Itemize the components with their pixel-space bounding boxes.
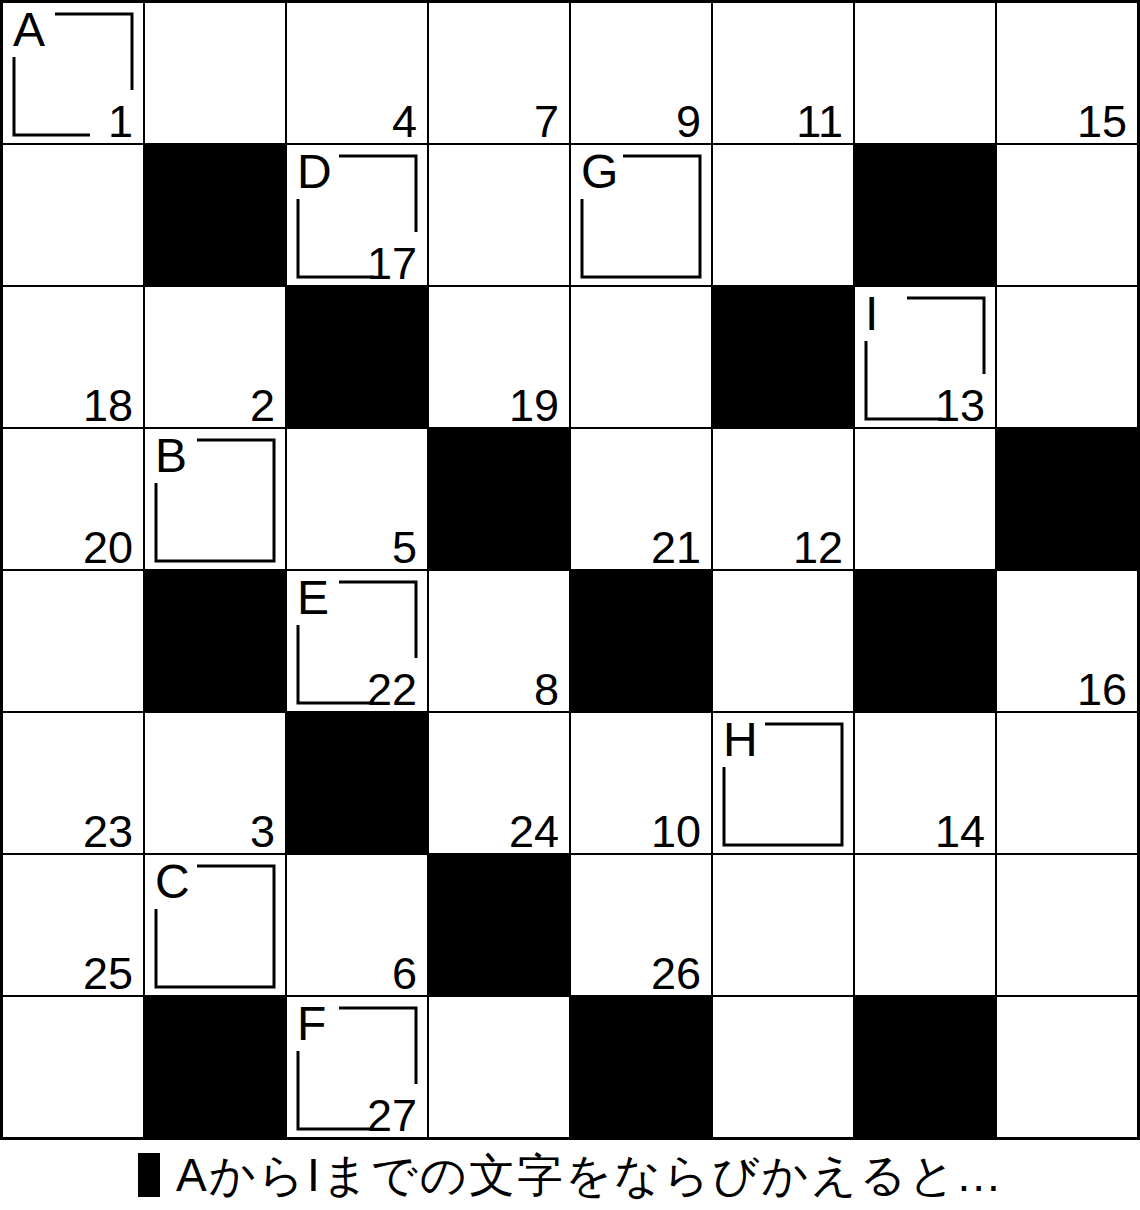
- cell-r7c7[interactable]: [855, 855, 995, 995]
- answer-letter-C: C: [155, 858, 190, 906]
- cell-r7c2[interactable]: C: [145, 855, 285, 995]
- black-cell-r5c7: [855, 571, 995, 711]
- cell-r3c2[interactable]: 2: [145, 287, 285, 427]
- cell-r1c6[interactable]: 11: [713, 3, 853, 143]
- cell-r3c7[interactable]: I13: [855, 287, 995, 427]
- clue-number-25: 25: [83, 951, 133, 995]
- answer-letter-I: I: [865, 290, 878, 338]
- black-cell-r3c3: [287, 287, 427, 427]
- cell-r5c6[interactable]: [713, 571, 853, 711]
- cell-r7c1[interactable]: 25: [3, 855, 143, 995]
- black-cell-r7c4: [429, 855, 569, 995]
- clue-number-7: 7: [534, 99, 559, 143]
- cell-r4c1[interactable]: 20: [3, 429, 143, 569]
- answer-letter-G: G: [581, 148, 618, 196]
- cell-r6c8[interactable]: [997, 713, 1137, 853]
- crossword-grid: A14791115D17G18219I1320B52112E2281623324…: [0, 0, 1140, 1140]
- caption-bullet-icon: [138, 1153, 160, 1197]
- cell-r3c8[interactable]: [997, 287, 1137, 427]
- clue-number-11: 11: [796, 99, 843, 143]
- cell-r7c8[interactable]: [997, 855, 1137, 995]
- clue-number-13: 13: [935, 383, 985, 427]
- answer-letter-A: A: [13, 6, 45, 54]
- clue-number-2: 2: [250, 383, 275, 427]
- cell-r2c5[interactable]: G: [571, 145, 711, 285]
- cell-r6c6[interactable]: H: [713, 713, 853, 853]
- cell-r1c3[interactable]: 4: [287, 3, 427, 143]
- black-cell-r5c2: [145, 571, 285, 711]
- cell-r5c1[interactable]: [3, 571, 143, 711]
- answer-letter-F: F: [297, 1000, 326, 1048]
- puzzle-page: A14791115D17G18219I1320B52112E2281623324…: [0, 0, 1140, 1210]
- clue-number-5: 5: [392, 525, 417, 569]
- clue-number-4: 4: [392, 99, 417, 143]
- clue-number-23: 23: [83, 809, 133, 853]
- cell-r5c4[interactable]: 8: [429, 571, 569, 711]
- cell-r4c5[interactable]: 21: [571, 429, 711, 569]
- answer-letter-B: B: [155, 432, 187, 480]
- black-cell-r2c2: [145, 145, 285, 285]
- caption: AからIまでの文字をならびかえると...: [0, 1140, 1140, 1210]
- cell-r1c1[interactable]: A1: [3, 3, 143, 143]
- clue-number-3: 3: [250, 809, 275, 853]
- cell-r4c7[interactable]: [855, 429, 995, 569]
- cell-r4c3[interactable]: 5: [287, 429, 427, 569]
- black-cell-r3c6: [713, 287, 853, 427]
- cell-r2c8[interactable]: [997, 145, 1137, 285]
- cell-r8c4[interactable]: [429, 997, 569, 1137]
- clue-number-18: 18: [83, 383, 133, 427]
- cell-r1c2[interactable]: [145, 3, 285, 143]
- cell-r7c6[interactable]: [713, 855, 853, 995]
- answer-letter-E: E: [297, 574, 329, 622]
- cell-r1c7[interactable]: [855, 3, 995, 143]
- cell-r2c1[interactable]: [3, 145, 143, 285]
- clue-number-22: 22: [367, 667, 417, 711]
- clue-number-9: 9: [676, 99, 701, 143]
- clue-number-17: 17: [367, 241, 417, 285]
- clue-number-24: 24: [509, 809, 559, 853]
- clue-number-6: 6: [392, 951, 417, 995]
- clue-number-26: 26: [651, 951, 701, 995]
- cell-r5c3[interactable]: E22: [287, 571, 427, 711]
- answer-letter-D: D: [297, 148, 332, 196]
- clue-number-20: 20: [83, 525, 133, 569]
- cell-r3c1[interactable]: 18: [3, 287, 143, 427]
- cell-r2c4[interactable]: [429, 145, 569, 285]
- clue-number-16: 16: [1077, 667, 1127, 711]
- cell-r6c5[interactable]: 10: [571, 713, 711, 853]
- cell-r6c1[interactable]: 23: [3, 713, 143, 853]
- clue-number-14: 14: [935, 809, 985, 853]
- cell-r7c5[interactable]: 26: [571, 855, 711, 995]
- black-cell-r4c8: [997, 429, 1137, 569]
- black-cell-r8c5: [571, 997, 711, 1137]
- black-cell-r8c7: [855, 997, 995, 1137]
- cell-r2c3[interactable]: D17: [287, 145, 427, 285]
- cell-r8c8[interactable]: [997, 997, 1137, 1137]
- black-cell-r2c7: [855, 145, 995, 285]
- black-cell-r6c3: [287, 713, 427, 853]
- clue-number-15: 15: [1077, 99, 1127, 143]
- clue-number-27: 27: [367, 1093, 417, 1137]
- clue-number-8: 8: [534, 667, 559, 711]
- cell-r1c4[interactable]: 7: [429, 3, 569, 143]
- cell-r1c8[interactable]: 15: [997, 3, 1137, 143]
- cell-r6c4[interactable]: 24: [429, 713, 569, 853]
- cell-r8c3[interactable]: F27: [287, 997, 427, 1137]
- black-cell-r8c2: [145, 997, 285, 1137]
- cell-r5c8[interactable]: 16: [997, 571, 1137, 711]
- cell-r7c3[interactable]: 6: [287, 855, 427, 995]
- cell-r3c4[interactable]: 19: [429, 287, 569, 427]
- cell-r8c1[interactable]: [3, 997, 143, 1137]
- cell-r6c7[interactable]: 14: [855, 713, 995, 853]
- answer-letter-H: H: [723, 716, 758, 764]
- clue-number-12: 12: [793, 525, 843, 569]
- clue-number-10: 10: [651, 809, 701, 853]
- black-cell-r4c4: [429, 429, 569, 569]
- cell-r4c2[interactable]: B: [145, 429, 285, 569]
- clue-number-19: 19: [509, 383, 559, 427]
- cell-r2c6[interactable]: [713, 145, 853, 285]
- clue-number-1: 1: [108, 99, 133, 143]
- cell-r3c5[interactable]: [571, 287, 711, 427]
- cell-r6c2[interactable]: 3: [145, 713, 285, 853]
- black-cell-r5c5: [571, 571, 711, 711]
- clue-number-21: 21: [651, 525, 701, 569]
- cell-r8c6[interactable]: [713, 997, 853, 1137]
- caption-text: AからIまでの文字をならびかえると...: [176, 1152, 1002, 1198]
- cell-r1c5[interactable]: 9: [571, 3, 711, 143]
- cell-r4c6[interactable]: 12: [713, 429, 853, 569]
